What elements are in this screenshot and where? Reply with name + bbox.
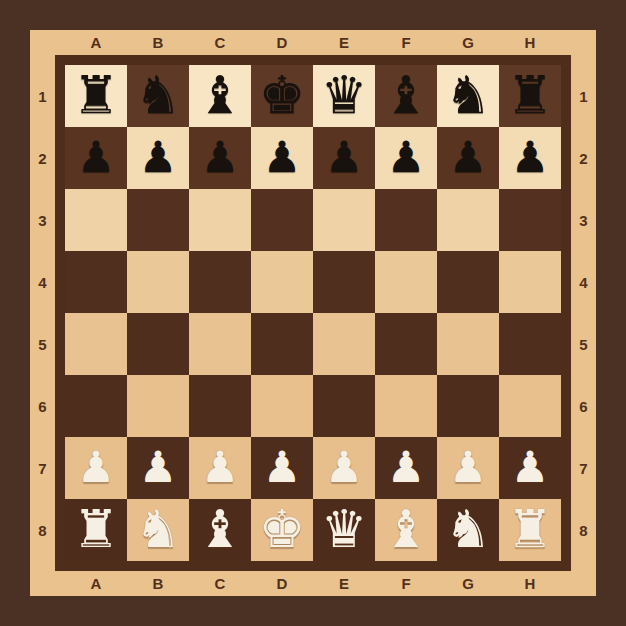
square-b7[interactable]: ♟ xyxy=(127,437,189,499)
file-label-b: B xyxy=(127,571,189,596)
square-g8[interactable]: ♞ xyxy=(437,499,499,561)
square-d5[interactable] xyxy=(251,313,313,375)
square-d6[interactable] xyxy=(251,375,313,437)
white-knight-icon[interactable]: ♞ xyxy=(135,503,182,555)
black-pawn-icon[interactable]: ♟ xyxy=(449,136,488,179)
white-pawn-icon[interactable]: ♟ xyxy=(263,446,302,489)
rank-label-1: 1 xyxy=(30,65,55,127)
black-rook-icon[interactable]: ♜ xyxy=(507,69,554,121)
square-c6[interactable] xyxy=(189,375,251,437)
rank-label-6: 6 xyxy=(571,375,596,437)
square-c8[interactable]: ♝ xyxy=(189,499,251,561)
rank-label-8: 8 xyxy=(571,499,596,561)
square-e8[interactable]: ♛ xyxy=(313,499,375,561)
square-g6[interactable] xyxy=(437,375,499,437)
white-pawn-icon[interactable]: ♟ xyxy=(325,446,364,489)
file-label-f: F xyxy=(375,571,437,596)
square-e3[interactable] xyxy=(313,189,375,251)
white-bishop-icon[interactable]: ♝ xyxy=(197,503,244,555)
square-b5[interactable] xyxy=(127,313,189,375)
square-h5[interactable] xyxy=(499,313,561,375)
rank-label-4: 4 xyxy=(571,251,596,313)
black-bishop-icon[interactable]: ♝ xyxy=(197,69,244,121)
white-pawn-icon[interactable]: ♟ xyxy=(387,446,426,489)
rank-label-5: 5 xyxy=(30,313,55,375)
square-d4[interactable] xyxy=(251,251,313,313)
black-pawn-icon[interactable]: ♟ xyxy=(139,136,178,179)
file-labels-top: ABCDEFGH xyxy=(65,30,561,55)
square-a8[interactable]: ♜ xyxy=(65,499,127,561)
square-f3[interactable] xyxy=(375,189,437,251)
square-a3[interactable] xyxy=(65,189,127,251)
file-labels-bottom: ABCDEFGH xyxy=(65,571,561,596)
square-g1[interactable]: ♞ xyxy=(437,65,499,127)
file-label-g: G xyxy=(437,571,499,596)
rank-label-1: 1 xyxy=(571,65,596,127)
file-label-c: C xyxy=(189,571,251,596)
square-g5[interactable] xyxy=(437,313,499,375)
rank-labels-left: 12345678 xyxy=(30,65,55,561)
square-a4[interactable] xyxy=(65,251,127,313)
file-label-a: A xyxy=(65,571,127,596)
rank-labels-right: 12345678 xyxy=(571,65,596,561)
black-knight-icon[interactable]: ♞ xyxy=(135,69,182,121)
white-queen-icon[interactable]: ♛ xyxy=(321,503,368,555)
white-knight-icon[interactable]: ♞ xyxy=(445,503,492,555)
black-bishop-icon[interactable]: ♝ xyxy=(383,69,430,121)
file-label-b: B xyxy=(127,30,189,55)
black-rook-icon[interactable]: ♜ xyxy=(73,69,120,121)
black-pawn-icon[interactable]: ♟ xyxy=(511,136,550,179)
white-rook-icon[interactable]: ♜ xyxy=(73,503,120,555)
rank-label-2: 2 xyxy=(571,127,596,189)
rank-label-4: 4 xyxy=(30,251,55,313)
square-d1[interactable]: ♚ xyxy=(251,65,313,127)
square-b8[interactable]: ♞ xyxy=(127,499,189,561)
square-h7[interactable]: ♟ xyxy=(499,437,561,499)
square-e6[interactable] xyxy=(313,375,375,437)
chessboard-scene: ABCDEFGH ABCDEFGH 12345678 12345678 ♜♞♝♚… xyxy=(0,0,626,626)
rank-label-5: 5 xyxy=(571,313,596,375)
square-c2[interactable]: ♟ xyxy=(189,127,251,189)
square-b1[interactable]: ♞ xyxy=(127,65,189,127)
file-label-g: G xyxy=(437,30,499,55)
white-pawn-icon[interactable]: ♟ xyxy=(511,446,550,489)
black-king-icon[interactable]: ♚ xyxy=(259,69,306,121)
square-f5[interactable] xyxy=(375,313,437,375)
rank-label-2: 2 xyxy=(30,127,55,189)
square-a1[interactable]: ♜ xyxy=(65,65,127,127)
square-f7[interactable]: ♟ xyxy=(375,437,437,499)
square-c1[interactable]: ♝ xyxy=(189,65,251,127)
white-king-icon[interactable]: ♚ xyxy=(259,503,306,555)
square-g4[interactable] xyxy=(437,251,499,313)
square-h6[interactable] xyxy=(499,375,561,437)
black-pawn-icon[interactable]: ♟ xyxy=(325,136,364,179)
file-label-h: H xyxy=(499,571,561,596)
square-a7[interactable]: ♟ xyxy=(65,437,127,499)
square-a2[interactable]: ♟ xyxy=(65,127,127,189)
black-pawn-icon[interactable]: ♟ xyxy=(263,136,302,179)
square-e7[interactable]: ♟ xyxy=(313,437,375,499)
square-d8[interactable]: ♚ xyxy=(251,499,313,561)
square-b4[interactable] xyxy=(127,251,189,313)
square-c4[interactable] xyxy=(189,251,251,313)
white-pawn-icon[interactable]: ♟ xyxy=(449,446,488,489)
square-e4[interactable] xyxy=(313,251,375,313)
file-label-c: C xyxy=(189,30,251,55)
file-label-d: D xyxy=(251,571,313,596)
file-label-a: A xyxy=(65,30,127,55)
square-d3[interactable] xyxy=(251,189,313,251)
square-h8[interactable]: ♜ xyxy=(499,499,561,561)
square-e2[interactable]: ♟ xyxy=(313,127,375,189)
square-e5[interactable] xyxy=(313,313,375,375)
square-g2[interactable]: ♟ xyxy=(437,127,499,189)
board: ♜♞♝♚♛♝♞♜♟♟♟♟♟♟♟♟♟♟♟♟♟♟♟♟♜♞♝♚♛♝♞♜ xyxy=(65,65,561,561)
black-pawn-icon[interactable]: ♟ xyxy=(201,136,240,179)
square-e1[interactable]: ♛ xyxy=(313,65,375,127)
square-b3[interactable] xyxy=(127,189,189,251)
rank-label-7: 7 xyxy=(30,437,55,499)
white-bishop-icon[interactable]: ♝ xyxy=(383,503,430,555)
square-b2[interactable]: ♟ xyxy=(127,127,189,189)
file-label-h: H xyxy=(499,30,561,55)
square-h1[interactable]: ♜ xyxy=(499,65,561,127)
file-label-e: E xyxy=(313,30,375,55)
square-g7[interactable]: ♟ xyxy=(437,437,499,499)
square-g3[interactable] xyxy=(437,189,499,251)
black-pawn-icon[interactable]: ♟ xyxy=(77,136,116,179)
square-b6[interactable] xyxy=(127,375,189,437)
black-knight-icon[interactable]: ♞ xyxy=(445,69,492,121)
white-pawn-icon[interactable]: ♟ xyxy=(201,446,240,489)
rank-label-3: 3 xyxy=(571,189,596,251)
rank-label-3: 3 xyxy=(30,189,55,251)
square-f4[interactable] xyxy=(375,251,437,313)
white-pawn-icon[interactable]: ♟ xyxy=(77,446,116,489)
square-f2[interactable]: ♟ xyxy=(375,127,437,189)
rank-label-7: 7 xyxy=(571,437,596,499)
square-c7[interactable]: ♟ xyxy=(189,437,251,499)
square-d2[interactable]: ♟ xyxy=(251,127,313,189)
square-h4[interactable] xyxy=(499,251,561,313)
black-queen-icon[interactable]: ♛ xyxy=(321,69,368,121)
square-h3[interactable] xyxy=(499,189,561,251)
square-a6[interactable] xyxy=(65,375,127,437)
file-label-d: D xyxy=(251,30,313,55)
square-f6[interactable] xyxy=(375,375,437,437)
square-a5[interactable] xyxy=(65,313,127,375)
white-pawn-icon[interactable]: ♟ xyxy=(139,446,178,489)
square-d7[interactable]: ♟ xyxy=(251,437,313,499)
square-c5[interactable] xyxy=(189,313,251,375)
square-f8[interactable]: ♝ xyxy=(375,499,437,561)
rank-label-8: 8 xyxy=(30,499,55,561)
rank-label-6: 6 xyxy=(30,375,55,437)
square-c3[interactable] xyxy=(189,189,251,251)
file-label-e: E xyxy=(313,571,375,596)
white-rook-icon[interactable]: ♜ xyxy=(507,503,554,555)
black-pawn-icon[interactable]: ♟ xyxy=(387,136,426,179)
file-label-f: F xyxy=(375,30,437,55)
square-f1[interactable]: ♝ xyxy=(375,65,437,127)
square-h2[interactable]: ♟ xyxy=(499,127,561,189)
